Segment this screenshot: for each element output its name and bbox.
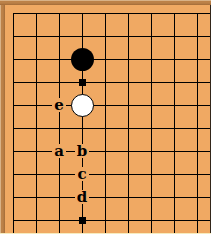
image-bottom-border-line [0, 233, 211, 234]
point-label-d: d [75, 190, 90, 204]
point-label-e: e [52, 98, 66, 112]
image-right-border-line [210, 0, 211, 234]
point-label-a: a [52, 144, 66, 158]
go-board-diagram: eabcd [0, 0, 211, 234]
hoshi-star-point-D10 [79, 217, 86, 224]
goban-grid: eabcd [2, 2, 209, 232]
board-frame-top-edge [0, 0, 211, 5]
white-stone-D15 [71, 94, 94, 117]
board-frame-left-edge [0, 0, 5, 234]
point-label-b: b [75, 144, 90, 158]
black-stone-D17 [71, 48, 94, 71]
hoshi-star-point-D16 [79, 79, 86, 86]
point-label-c: c [75, 167, 88, 181]
